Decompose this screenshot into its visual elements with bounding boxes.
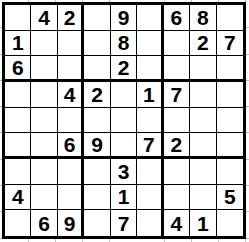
cell-r7c8[interactable] [190,159,216,185]
cell-r4c2[interactable] [31,82,57,108]
cell-r1c8[interactable]: 8 [190,5,216,31]
cell-r9c7[interactable]: 4 [164,210,190,236]
cell-r1c9[interactable] [217,5,243,31]
cell-r5c5[interactable] [111,108,137,134]
cell-r9c5[interactable]: 7 [111,210,137,236]
cell-r3c2[interactable] [31,56,57,82]
cell-r2c3[interactable] [58,31,84,57]
cell-r4c6[interactable]: 1 [137,82,163,108]
cell-r9c9[interactable] [217,210,243,236]
cell-r8c6[interactable] [137,185,163,211]
cell-r3c3[interactable] [58,56,84,82]
cell-r2c6[interactable] [137,31,163,57]
cell-r1c5[interactable]: 9 [111,5,137,31]
cell-r9c8[interactable]: 1 [190,210,216,236]
cell-r1c7[interactable]: 6 [164,5,190,31]
cell-r7c2[interactable] [31,159,57,185]
cell-r5c3[interactable] [58,108,84,134]
cell-r2c2[interactable] [31,31,57,57]
cell-r5c8[interactable] [190,108,216,134]
cell-r2c1[interactable]: 1 [5,31,31,57]
spreadsheet-gridline-ticks-right [246,2,249,239]
cell-r4c3[interactable]: 4 [58,82,84,108]
cell-r4c8[interactable] [190,82,216,108]
cell-r8c1[interactable]: 4 [5,185,31,211]
cell-r8c5[interactable]: 1 [111,185,137,211]
cell-r8c9[interactable]: 5 [217,185,243,211]
cell-r3c7[interactable] [164,56,190,82]
cell-r6c1[interactable] [5,133,31,159]
cell-r5c1[interactable] [5,108,31,134]
cell-r7c3[interactable] [58,159,84,185]
cell-r3c9[interactable] [217,56,243,82]
cell-r2c4[interactable] [84,31,110,57]
cell-r8c3[interactable] [58,185,84,211]
cell-r1c4[interactable] [84,5,110,31]
cell-r7c4[interactable] [84,159,110,185]
cell-r5c6[interactable] [137,108,163,134]
cell-r4c1[interactable] [5,82,31,108]
cell-r4c9[interactable] [217,82,243,108]
sudoku-board: 4296818276242176972341569741 [2,2,246,239]
cell-r5c4[interactable] [84,108,110,134]
cell-r6c4[interactable]: 9 [84,133,110,159]
cell-r2c5[interactable]: 8 [111,31,137,57]
cell-r3c8[interactable] [190,56,216,82]
cell-r9c4[interactable] [84,210,110,236]
cell-r8c8[interactable] [190,185,216,211]
cell-r3c6[interactable] [137,56,163,82]
cell-r7c9[interactable] [217,159,243,185]
cell-r5c7[interactable] [164,108,190,134]
cell-r3c1[interactable]: 6 [5,56,31,82]
cell-r6c8[interactable] [190,133,216,159]
cell-r6c5[interactable] [111,133,137,159]
cell-r6c7[interactable]: 2 [164,133,190,159]
cell-r2c8[interactable]: 2 [190,31,216,57]
cell-r5c9[interactable] [217,108,243,134]
cell-r4c5[interactable] [111,82,137,108]
cell-r9c3[interactable]: 9 [58,210,84,236]
cell-r6c6[interactable]: 7 [137,133,163,159]
cell-r1c1[interactable] [5,5,31,31]
cell-r4c4[interactable]: 2 [84,82,110,108]
cell-r9c6[interactable] [137,210,163,236]
sudoku-screenshot: 4296818276242176972341569741 [0,0,249,242]
cell-r8c4[interactable] [84,185,110,211]
cell-r6c2[interactable] [31,133,57,159]
cell-r7c5[interactable]: 3 [111,159,137,185]
cell-r9c1[interactable] [5,210,31,236]
cell-r7c7[interactable] [164,159,190,185]
cell-r1c3[interactable]: 2 [58,5,84,31]
cell-r3c5[interactable]: 2 [111,56,137,82]
cell-r4c7[interactable]: 7 [164,82,190,108]
cell-r7c6[interactable] [137,159,163,185]
cell-r7c1[interactable] [5,159,31,185]
cell-r8c2[interactable] [31,185,57,211]
cell-r2c7[interactable] [164,31,190,57]
cell-r6c3[interactable]: 6 [58,133,84,159]
cell-r2c9[interactable]: 7 [217,31,243,57]
cell-r1c6[interactable] [137,5,163,31]
cell-r5c2[interactable] [31,108,57,134]
cell-r6c9[interactable] [217,133,243,159]
cell-r3c4[interactable] [84,56,110,82]
cell-r8c7[interactable] [164,185,190,211]
cell-r9c2[interactable]: 6 [31,210,57,236]
cell-r1c2[interactable]: 4 [31,5,57,31]
